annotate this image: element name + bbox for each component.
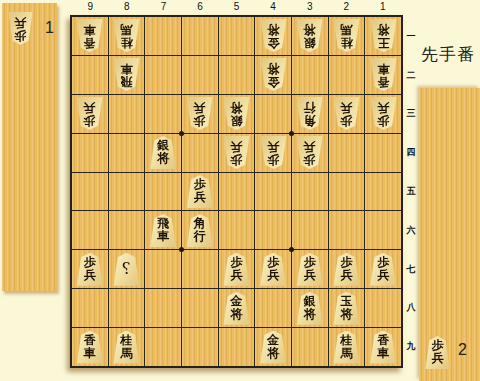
square-8e[interactable] [109,173,145,211]
square-7a[interactable] [145,17,181,55]
piece-kanji: 桂 [120,36,132,49]
piece-kanji: 銀 [230,114,242,127]
square-5a[interactable] [219,17,255,55]
piece-gote-歩兵[interactable]: 歩兵 [186,97,213,130]
piece-sente-飛車[interactable]: 飛車 [150,214,177,247]
square-6f[interactable]: 角行 [182,211,218,249]
piece-kanji: 兵 [304,269,316,282]
square-6e[interactable]: 歩兵 [182,173,218,211]
square-1b[interactable]: 香車 [365,56,401,94]
piece-sente-歩兵[interactable]: 歩兵 [186,175,213,208]
piece-kanji: 将 [267,23,279,36]
square-7b[interactable] [145,56,181,94]
square-8i[interactable]: 桂馬 [109,328,145,366]
piece-kanji: 兵 [194,101,206,114]
file-label-7: 7 [145,0,182,14]
piece-gote-歩兵[interactable]: 歩兵 [296,136,323,169]
square-2e[interactable] [329,173,365,211]
square-4b[interactable]: 金将 [255,56,291,94]
square-5e[interactable] [219,173,255,211]
piece-kanji: 兵 [432,352,444,365]
piece-kanji: 兵 [340,101,352,114]
piece-kanji: 王 [377,36,389,49]
piece-gote-金将[interactable]: 金将 [260,19,287,52]
file-label-4: 4 [255,0,292,14]
piece-kanji: 香 [84,334,96,347]
piece-kanji: 金 [267,334,279,347]
piece-kanji: 馬 [340,23,352,36]
rank-label-3: 三 [404,95,418,134]
piece-kanji: 将 [157,152,169,165]
piece-kanji: 銀 [304,295,316,308]
piece-sente-金将[interactable]: 金将 [260,331,287,364]
piece-kanji: 馬 [340,347,352,360]
piece-gote-銀将[interactable]: 銀将 [296,19,323,52]
square-3g[interactable]: 歩兵 [292,250,328,288]
piece-sente-玉将[interactable]: 玉将 [333,292,360,325]
star-point [179,247,184,252]
piece-kanji: 馬 [120,347,132,360]
board-grid: 香車桂馬金将銀将桂馬王将飛車金将香車歩兵歩兵銀将角行歩兵歩兵銀将歩兵歩兵歩兵歩兵… [72,17,401,366]
piece-kanji: 角 [194,217,206,230]
square-2g[interactable]: 歩兵 [329,250,365,288]
rank-label-1: 一 [404,17,418,56]
piece-sente-歩兵[interactable]: 歩兵 [425,336,450,369]
piece-gote-歩兵[interactable]: 歩兵 [333,97,360,130]
square-8d[interactable] [109,134,145,172]
piece-kanji: 歩 [304,256,316,269]
gote-hand-piece-slot: 歩兵 [8,12,33,45]
square-3c[interactable]: 角行 [292,95,328,133]
square-7g[interactable] [145,250,181,288]
square-3e[interactable] [292,173,328,211]
square-7f[interactable]: 飛車 [145,211,181,249]
square-6a[interactable] [182,17,218,55]
piece-kanji: 将 [230,101,242,114]
square-6g[interactable] [182,250,218,288]
star-point [179,131,184,136]
square-5g[interactable]: 歩兵 [219,250,255,288]
sente-hand-piece-slot: 歩兵 [425,336,450,369]
square-1g[interactable]: 歩兵 [365,250,401,288]
rank-label-8: 八 [404,288,418,327]
piece-kanji: 馬 [120,23,132,36]
piece-kanji: 兵 [377,101,389,114]
square-9a[interactable]: 香車 [72,17,108,55]
piece-gote-歩兵[interactable]: 歩兵 [260,136,287,169]
square-1h[interactable] [365,289,401,327]
square-5d[interactable]: 歩兵 [219,134,255,172]
square-5i[interactable] [219,328,255,366]
piece-gote-香車[interactable]: 香車 [370,58,397,91]
piece-kanji: 飛 [120,75,132,88]
piece-kanji: 歩 [377,114,389,127]
square-2b[interactable] [329,56,365,94]
piece-kanji: 将 [267,62,279,75]
square-9d[interactable] [72,134,108,172]
square-7i[interactable] [145,328,181,366]
piece-kanji: 歩 [267,153,279,166]
square-3i[interactable] [292,328,328,366]
square-5h[interactable]: 金将 [219,289,255,327]
file-label-2: 2 [328,0,365,14]
turn-indicator: 先手番 [421,43,475,66]
square-1a[interactable]: 王将 [365,17,401,55]
square-3a[interactable]: 銀将 [292,17,328,55]
piece-gote-香車[interactable]: 香車 [76,19,103,52]
piece-kanji: 兵 [15,16,27,29]
square-6c[interactable]: 歩兵 [182,95,218,133]
square-5f[interactable] [219,211,255,249]
piece-gote-角行[interactable]: 角行 [296,97,323,130]
question-mark: ? [122,256,131,281]
square-5b[interactable] [219,56,255,94]
piece-kanji: 兵 [340,269,352,282]
square-6i[interactable] [182,328,218,366]
square-2f[interactable] [329,211,365,249]
square-4f[interactable] [255,211,291,249]
piece-kanji: 香 [377,334,389,347]
square-3d[interactable]: 歩兵 [292,134,328,172]
piece-kanji: 香 [84,36,96,49]
square-4i[interactable]: 金将 [255,328,291,366]
piece-unknown[interactable]: ? [113,253,140,286]
piece-kanji: 歩 [84,114,96,127]
piece-kanji: 桂 [340,36,352,49]
square-9f[interactable] [72,211,108,249]
square-2d[interactable] [329,134,365,172]
square-4d[interactable]: 歩兵 [255,134,291,172]
piece-sente-桂馬[interactable]: 桂馬 [113,331,140,364]
square-8b[interactable]: 飛車 [109,56,145,94]
gote-hand-count: 1 [45,19,54,37]
square-1c[interactable]: 歩兵 [365,95,401,133]
piece-gote-桂馬[interactable]: 桂馬 [333,19,360,52]
rank-labels: 一二三四五六七八九 [404,17,418,366]
piece-sente-歩兵[interactable]: 歩兵 [260,253,287,286]
piece-kanji: 飛 [157,217,169,230]
piece-kanji: 歩 [304,153,316,166]
file-label-6: 6 [182,0,219,14]
piece-kanji: 兵 [267,140,279,153]
file-label-8: 8 [109,0,146,14]
piece-kanji: 銀 [304,36,316,49]
piece-gote-歩兵[interactable]: 歩兵 [76,97,103,130]
piece-kanji: 玉 [340,295,352,308]
square-6h[interactable] [182,289,218,327]
piece-sente-香車[interactable]: 香車 [76,331,103,364]
square-7h[interactable] [145,289,181,327]
piece-kanji: 歩 [230,153,242,166]
piece-kanji: 角 [304,114,316,127]
piece-gote-飛車[interactable]: 飛車 [113,58,140,91]
square-3b[interactable] [292,56,328,94]
piece-kanji: 車 [84,23,96,36]
piece-kanji: 車 [377,62,389,75]
piece-kanji: 将 [340,308,352,321]
piece-kanji: 兵 [84,101,96,114]
rank-label-2: 二 [404,56,418,95]
rank-label-6: 六 [404,211,418,250]
piece-gote-桂馬[interactable]: 桂馬 [113,19,140,52]
piece-kanji: 桂 [120,334,132,347]
square-1i[interactable]: 香車 [365,328,401,366]
piece-kanji: 兵 [194,191,206,204]
piece-gote-銀将[interactable]: 銀将 [223,97,250,130]
piece-gote-歩兵[interactable]: 歩兵 [8,12,33,45]
file-label-1: 1 [365,0,402,14]
square-8g[interactable]: ? [109,250,145,288]
star-point [289,247,294,252]
piece-kanji: 歩 [84,256,96,269]
piece-kanji: 行 [194,230,206,243]
square-1f[interactable] [365,211,401,249]
shogi-lesson-page: 歩兵 1 987654321 香車桂馬金将銀将桂馬王将飛車金将香車歩兵歩兵銀将角… [0,0,480,381]
piece-kanji: 歩 [230,256,242,269]
file-labels: 987654321 [72,0,401,14]
piece-kanji: 将 [267,347,279,360]
piece-sente-銀将[interactable]: 銀将 [150,136,177,169]
piece-kanji: 桂 [340,334,352,347]
file-label-9: 9 [72,0,109,14]
square-1e[interactable] [365,173,401,211]
file-label-3: 3 [291,0,328,14]
sente-hand-stand: 歩兵 2 [419,88,480,381]
piece-kanji: 歩 [194,114,206,127]
piece-kanji: 歩 [15,29,27,42]
piece-kanji: 歩 [267,256,279,269]
square-9i[interactable]: 香車 [72,328,108,366]
piece-gote-歩兵[interactable]: 歩兵 [223,136,250,169]
rank-label-5: 五 [404,172,418,211]
square-2i[interactable]: 桂馬 [329,328,365,366]
piece-kanji: 歩 [340,114,352,127]
square-2a[interactable]: 桂馬 [329,17,365,55]
square-7c[interactable] [145,95,181,133]
piece-kanji: 香 [377,75,389,88]
square-5c[interactable]: 銀将 [219,95,255,133]
piece-kanji: 車 [84,347,96,360]
rank-label-7: 七 [404,250,418,289]
piece-sente-角行[interactable]: 角行 [186,214,213,247]
square-2h[interactable]: 玉将 [329,289,365,327]
piece-kanji: 金 [267,75,279,88]
square-9g[interactable]: 歩兵 [72,250,108,288]
piece-kanji: 兵 [84,269,96,282]
piece-kanji: 歩 [340,256,352,269]
square-4e[interactable] [255,173,291,211]
file-label-5: 5 [218,0,255,14]
gote-hand-stand: 歩兵 1 [2,3,57,291]
square-9b[interactable] [72,56,108,94]
square-4a[interactable]: 金将 [255,17,291,55]
square-6d[interactable] [182,134,218,172]
piece-kanji: 車 [377,347,389,360]
star-point [289,131,294,136]
piece-sente-歩兵[interactable]: 歩兵 [370,253,397,286]
piece-kanji: 将 [230,308,242,321]
square-6b[interactable] [182,56,218,94]
piece-kanji: 車 [120,62,132,75]
piece-sente-香車[interactable]: 香車 [370,331,397,364]
piece-kanji: 将 [377,23,389,36]
piece-sente-桂馬[interactable]: 桂馬 [333,331,360,364]
piece-gote-金将[interactable]: 金将 [260,58,287,91]
piece-kanji: 金 [267,36,279,49]
piece-sente-歩兵[interactable]: 歩兵 [223,253,250,286]
piece-gote-王将[interactable]: 王将 [370,19,397,52]
piece-kanji: 兵 [304,140,316,153]
square-1d[interactable] [365,134,401,172]
piece-kanji: 兵 [230,269,242,282]
rank-label-9: 九 [404,327,418,366]
piece-sente-歩兵[interactable]: 歩兵 [333,253,360,286]
square-8f[interactable] [109,211,145,249]
sente-hand-count: 2 [458,341,467,359]
piece-kanji: 行 [304,101,316,114]
square-2c[interactable]: 歩兵 [329,95,365,133]
piece-kanji: 金 [230,295,242,308]
piece-kanji: 将 [304,308,316,321]
piece-kanji: 兵 [230,140,242,153]
square-9e[interactable] [72,173,108,211]
square-4c[interactable] [255,95,291,133]
piece-kanji: 歩 [377,256,389,269]
square-8c[interactable] [109,95,145,133]
piece-sente-歩兵[interactable]: 歩兵 [76,253,103,286]
square-7e[interactable] [145,173,181,211]
square-7d[interactable]: 銀将 [145,134,181,172]
square-8a[interactable]: 桂馬 [109,17,145,55]
square-4g[interactable]: 歩兵 [255,250,291,288]
square-3h[interactable]: 銀将 [292,289,328,327]
shogi-board: 香車桂馬金将銀将桂馬王将飛車金将香車歩兵歩兵銀将角行歩兵歩兵銀将歩兵歩兵歩兵歩兵… [70,15,403,368]
piece-kanji: 車 [157,230,169,243]
rank-label-4: 四 [404,133,418,172]
square-9c[interactable]: 歩兵 [72,95,108,133]
piece-kanji: 兵 [377,269,389,282]
piece-gote-歩兵[interactable]: 歩兵 [370,97,397,130]
square-9h[interactable] [72,289,108,327]
piece-kanji: 将 [304,23,316,36]
piece-sente-歩兵[interactable]: 歩兵 [296,253,323,286]
piece-kanji: 兵 [267,269,279,282]
square-4h[interactable] [255,289,291,327]
square-8h[interactable] [109,289,145,327]
square-3f[interactable] [292,211,328,249]
piece-sente-銀将[interactable]: 銀将 [296,292,323,325]
piece-sente-金将[interactable]: 金将 [223,292,250,325]
